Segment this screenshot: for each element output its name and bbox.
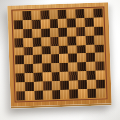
square-r4c4 [41,37,50,46]
square-r6c4 [42,55,51,64]
square-r5c3 [32,46,41,55]
square-r1c4[interactable] [40,10,49,19]
square-r3c5 [50,28,59,37]
square-r2c4 [40,19,49,28]
square-r3c10[interactable] [94,26,103,35]
square-r8c6 [60,72,69,81]
square-r2c7[interactable] [67,18,76,27]
square-r4c9[interactable] [86,35,95,44]
square-r6c7[interactable] [68,54,77,63]
square-r1c9 [85,9,94,18]
square-r3c6[interactable] [59,28,68,37]
square-r3c9 [85,27,94,36]
square-r4c2 [23,38,32,47]
square-r1c5 [49,10,58,19]
square-r7c3 [33,64,42,73]
square-r8c1[interactable] [16,74,25,83]
square-r8c4 [42,73,51,82]
square-r4c3[interactable] [32,37,41,46]
square-r9c5 [51,81,60,90]
square-r9c8[interactable] [78,80,87,89]
square-r2c8 [76,18,85,27]
square-r10c6 [61,90,70,99]
square-r2c1[interactable] [14,20,23,29]
square-r5c1 [15,47,24,56]
square-r9c7 [69,81,78,90]
square-r10c2 [25,91,34,100]
square-r7c9 [86,62,95,71]
square-r2c3[interactable] [32,20,41,29]
square-r9c2[interactable] [25,82,34,91]
square-r8c3[interactable] [33,73,42,82]
square-r2c6 [58,19,67,28]
square-r6c5[interactable] [51,54,60,63]
square-r9c1 [16,82,25,91]
board-frame-line [11,6,107,102]
square-r4c8 [77,36,86,45]
square-r3c2[interactable] [23,29,32,38]
square-r10c1[interactable] [16,91,25,100]
square-r10c3[interactable] [34,91,43,100]
square-r10c7[interactable] [70,89,79,98]
square-r10c9[interactable] [87,89,96,98]
square-r2c9[interactable] [85,18,94,27]
square-r7c4[interactable] [42,64,51,73]
square-r6c1[interactable] [15,56,24,65]
square-r8c7[interactable] [69,72,78,81]
square-r10c10 [96,89,105,98]
square-r6c8 [77,54,86,63]
square-r9c6[interactable] [60,81,69,90]
square-r3c1 [14,29,23,38]
square-r2c10 [94,17,103,26]
square-r1c8[interactable] [76,9,85,18]
square-r2c2 [23,20,32,29]
square-r3c8[interactable] [76,27,85,36]
square-r1c1 [13,11,22,20]
square-r9c3 [34,82,43,91]
square-r3c3 [32,28,41,37]
square-r4c6 [59,36,68,45]
square-r1c2[interactable] [22,11,31,20]
square-r6c10 [95,53,104,62]
square-r3c4[interactable] [41,28,50,37]
square-r7c7 [69,63,78,72]
square-r5c4[interactable] [41,46,50,55]
square-r10c5[interactable] [52,90,61,99]
square-r2c5[interactable] [49,19,58,28]
square-r4c7[interactable] [68,36,77,45]
square-r10c8 [78,89,87,98]
square-r8c9[interactable] [87,71,96,80]
square-r8c2 [24,73,33,82]
square-r6c3[interactable] [33,55,42,64]
square-r5c9 [86,44,95,53]
square-r10c4 [43,90,52,99]
square-r6c9[interactable] [86,53,95,62]
square-r1c7 [67,9,76,18]
square-r8c8 [78,71,87,80]
square-r5c2[interactable] [24,47,33,56]
square-r5c6[interactable] [59,45,68,54]
square-r7c5 [51,63,60,72]
square-r4c1[interactable] [14,38,23,47]
square-r4c10 [94,35,103,44]
square-r5c7 [68,45,77,54]
square-r4c5[interactable] [50,37,59,46]
square-r1c10[interactable] [93,8,102,17]
square-r7c8[interactable] [78,62,87,71]
square-r6c6 [59,54,68,63]
square-r7c6[interactable] [60,63,69,72]
square-r5c10[interactable] [95,44,104,53]
board-grid [13,8,105,100]
square-r5c8[interactable] [77,45,86,54]
square-r1c6[interactable] [58,10,67,19]
square-r7c2[interactable] [24,64,33,73]
square-r8c5[interactable] [51,72,60,81]
draughts-board [7,2,112,108]
square-r9c9 [87,80,96,89]
square-r3c7 [67,27,76,36]
square-r8c10 [96,71,105,80]
square-r7c1 [15,65,24,74]
square-r6c2 [24,55,33,64]
square-r9c10[interactable] [96,80,105,89]
square-r7c10[interactable] [95,62,104,71]
square-r9c4[interactable] [43,81,52,90]
square-r5c5 [50,46,59,55]
square-r1c3 [31,11,40,20]
